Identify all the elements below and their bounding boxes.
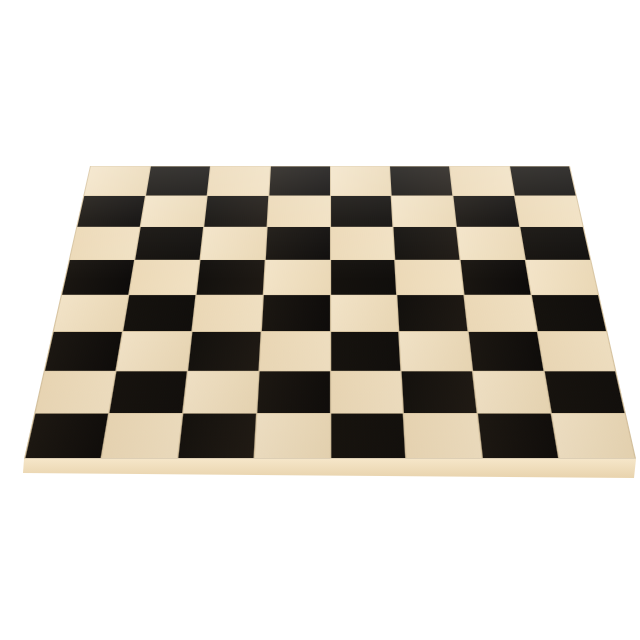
square-e5[interactable] [331,260,397,294]
square-b1[interactable] [102,414,182,458]
square-f4[interactable] [398,295,468,331]
square-d8[interactable] [269,166,330,195]
square-d3[interactable] [259,332,329,371]
square-g8[interactable] [450,166,514,195]
square-b4[interactable] [123,295,195,331]
square-e6[interactable] [331,227,395,259]
square-a1[interactable] [25,414,108,458]
square-d1[interactable] [254,414,329,458]
square-b5[interactable] [129,260,199,294]
square-f5[interactable] [396,260,464,294]
square-a5[interactable] [62,260,134,294]
square-d7[interactable] [267,196,329,227]
square-b8[interactable] [146,166,210,195]
square-e3[interactable] [331,332,401,371]
square-a2[interactable] [36,372,116,413]
square-d4[interactable] [261,295,329,331]
square-b2[interactable] [109,372,186,413]
square-f1[interactable] [404,414,482,458]
board-front-edge [20,458,640,480]
square-c3[interactable] [188,332,260,371]
square-d6[interactable] [265,227,329,259]
square-g6[interactable] [457,227,525,259]
square-c1[interactable] [178,414,256,458]
square-g1[interactable] [478,414,558,458]
square-a7[interactable] [77,196,144,227]
square-h8[interactable] [510,166,575,195]
square-b7[interactable] [141,196,207,227]
square-a4[interactable] [54,295,128,331]
square-g7[interactable] [454,196,520,227]
square-d5[interactable] [263,260,329,294]
square-h7[interactable] [515,196,582,227]
square-h3[interactable] [538,332,615,371]
square-c8[interactable] [207,166,269,195]
square-b3[interactable] [116,332,191,371]
photo-canvas [0,0,640,640]
square-f6[interactable] [394,227,460,259]
square-c4[interactable] [192,295,262,331]
square-h1[interactable] [552,414,635,458]
square-e1[interactable] [331,414,406,458]
square-h4[interactable] [532,295,606,331]
square-c6[interactable] [200,227,266,259]
square-c7[interactable] [204,196,268,227]
square-h6[interactable] [520,227,590,259]
square-e4[interactable] [331,295,399,331]
square-h2[interactable] [545,372,625,413]
square-a3[interactable] [45,332,122,371]
square-h5[interactable] [526,260,598,294]
square-e7[interactable] [331,196,393,227]
square-b6[interactable] [135,227,203,259]
square-g3[interactable] [469,332,544,371]
square-c5[interactable] [196,260,264,294]
square-f2[interactable] [402,372,477,413]
square-c2[interactable] [183,372,258,413]
square-g4[interactable] [465,295,537,331]
square-a8[interactable] [84,166,149,195]
square-d2[interactable] [257,372,330,413]
chessboard [24,166,636,459]
square-e8[interactable] [331,166,392,195]
square-f3[interactable] [400,332,472,371]
square-e2[interactable] [331,372,404,413]
square-g2[interactable] [473,372,550,413]
square-f7[interactable] [392,196,456,227]
square-g5[interactable] [461,260,531,294]
square-a6[interactable] [70,227,140,259]
square-f8[interactable] [390,166,452,195]
